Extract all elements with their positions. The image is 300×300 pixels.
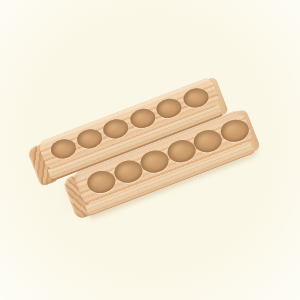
front-pit-5[interactable] (192, 127, 223, 153)
background (0, 0, 300, 300)
board (19, 67, 268, 234)
back-pit-2[interactable] (76, 128, 104, 151)
back-pit-4[interactable] (129, 107, 157, 130)
back-pit-1[interactable] (49, 138, 77, 161)
front-pit-4[interactable] (166, 138, 197, 164)
back-pit-3[interactable] (102, 117, 130, 140)
front-pit-2[interactable] (112, 158, 143, 184)
front-pit-6[interactable] (219, 117, 250, 143)
front-pit-1[interactable] (86, 168, 117, 194)
front-pit-3[interactable] (139, 148, 170, 174)
back-pit-6[interactable] (182, 87, 210, 110)
back-pit-5[interactable] (155, 97, 183, 120)
